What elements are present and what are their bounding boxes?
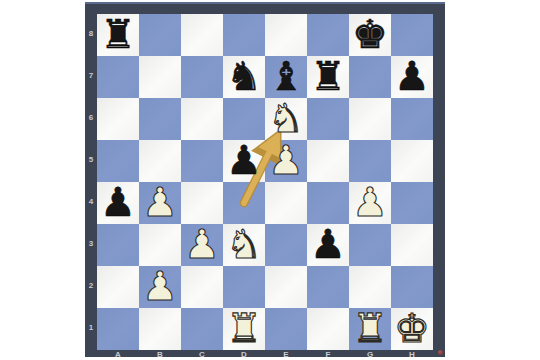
square-g7[interactable] (349, 56, 391, 98)
rank-label-4: 4 (85, 180, 97, 222)
square-b5[interactable] (139, 140, 181, 182)
piece-white-pawn-c3: ♟ (184, 224, 220, 264)
square-c3[interactable]: ♟ (181, 224, 223, 266)
piece-white-rook-g1: ♜ (352, 308, 388, 348)
square-e7[interactable]: ♝ (265, 56, 307, 98)
square-g5[interactable] (349, 140, 391, 182)
file-label-e: E (265, 350, 307, 359)
piece-black-rook-f7: ♜ (310, 56, 346, 96)
square-g3[interactable] (349, 224, 391, 266)
square-f7[interactable]: ♜ (307, 56, 349, 98)
square-c5[interactable] (181, 140, 223, 182)
square-a2[interactable] (97, 266, 139, 308)
rank-label-3: 3 (85, 222, 97, 264)
square-h8[interactable] (391, 14, 433, 56)
square-d2[interactable] (223, 266, 265, 308)
square-c4[interactable] (181, 182, 223, 224)
square-f6[interactable] (307, 98, 349, 140)
square-e1[interactable] (265, 308, 307, 350)
square-h2[interactable] (391, 266, 433, 308)
square-e8[interactable] (265, 14, 307, 56)
square-g4[interactable]: ♟ (349, 182, 391, 224)
rank-label-6: 6 (85, 96, 97, 138)
piece-black-pawn-a4: ♟ (100, 182, 136, 222)
square-c6[interactable] (181, 98, 223, 140)
piece-white-rook-d1: ♜ (226, 308, 262, 348)
square-f4[interactable] (307, 182, 349, 224)
file-label-h: H (391, 350, 433, 359)
square-c7[interactable] (181, 56, 223, 98)
chess-diagram-page: ♜♚♞♝♜♟♞♟♟♟♟♟♟♞♟♟♜♜♚ 87654321 ABCDEFGH (0, 0, 540, 360)
square-b7[interactable] (139, 56, 181, 98)
corner-marker-dot (438, 350, 443, 355)
file-label-d: D (223, 350, 265, 359)
square-a4[interactable]: ♟ (97, 182, 139, 224)
square-e4[interactable] (265, 182, 307, 224)
square-a6[interactable] (97, 98, 139, 140)
square-d1[interactable]: ♜ (223, 308, 265, 350)
square-h6[interactable] (391, 98, 433, 140)
square-f3[interactable]: ♟ (307, 224, 349, 266)
file-label-c: C (181, 350, 223, 359)
square-b6[interactable] (139, 98, 181, 140)
piece-black-rook-a8: ♜ (100, 14, 136, 54)
square-h4[interactable] (391, 182, 433, 224)
rank-label-2: 2 (85, 264, 97, 306)
square-d8[interactable] (223, 14, 265, 56)
square-a8[interactable]: ♜ (97, 14, 139, 56)
square-a1[interactable] (97, 308, 139, 350)
square-d7[interactable]: ♞ (223, 56, 265, 98)
piece-white-king-h1: ♚ (394, 308, 430, 348)
square-g6[interactable] (349, 98, 391, 140)
piece-black-king-g8: ♚ (352, 14, 388, 54)
piece-white-knight-e6: ♞ (268, 98, 304, 138)
square-h3[interactable] (391, 224, 433, 266)
piece-white-knight-d3: ♞ (226, 224, 262, 264)
square-b8[interactable] (139, 14, 181, 56)
piece-white-pawn-b2: ♟ (142, 266, 178, 306)
rank-label-7: 7 (85, 54, 97, 96)
square-e5[interactable]: ♟ (265, 140, 307, 182)
square-g2[interactable] (349, 266, 391, 308)
square-c8[interactable] (181, 14, 223, 56)
square-g8[interactable]: ♚ (349, 14, 391, 56)
piece-black-pawn-h7: ♟ (394, 56, 430, 96)
square-d4[interactable] (223, 182, 265, 224)
square-a3[interactable] (97, 224, 139, 266)
square-c1[interactable] (181, 308, 223, 350)
board-frame: ♜♚♞♝♜♟♞♟♟♟♟♟♟♞♟♟♜♜♚ 87654321 ABCDEFGH (85, 2, 445, 357)
square-h5[interactable] (391, 140, 433, 182)
square-e3[interactable] (265, 224, 307, 266)
rank-label-1: 1 (85, 306, 97, 348)
square-b4[interactable]: ♟ (139, 182, 181, 224)
piece-black-bishop-e7: ♝ (268, 56, 304, 96)
square-c2[interactable] (181, 266, 223, 308)
file-label-f: F (307, 350, 349, 359)
square-b2[interactable]: ♟ (139, 266, 181, 308)
square-f8[interactable] (307, 14, 349, 56)
rank-label-8: 8 (85, 12, 97, 54)
square-d5[interactable]: ♟ (223, 140, 265, 182)
piece-white-pawn-b4: ♟ (142, 182, 178, 222)
piece-black-pawn-d5: ♟ (226, 140, 262, 180)
piece-black-pawn-f3: ♟ (310, 224, 346, 264)
square-b1[interactable] (139, 308, 181, 350)
file-label-b: B (139, 350, 181, 359)
square-d6[interactable] (223, 98, 265, 140)
square-e2[interactable] (265, 266, 307, 308)
square-h7[interactable]: ♟ (391, 56, 433, 98)
rank-label-5: 5 (85, 138, 97, 180)
square-g1[interactable]: ♜ (349, 308, 391, 350)
square-b3[interactable] (139, 224, 181, 266)
square-e6[interactable]: ♞ (265, 98, 307, 140)
chess-board: ♜♚♞♝♜♟♞♟♟♟♟♟♟♞♟♟♜♜♚ (97, 14, 433, 350)
piece-white-pawn-g4: ♟ (352, 182, 388, 222)
square-a5[interactable] (97, 140, 139, 182)
square-h1[interactable]: ♚ (391, 308, 433, 350)
piece-white-pawn-e5: ♟ (268, 140, 304, 180)
square-a7[interactable] (97, 56, 139, 98)
square-f1[interactable] (307, 308, 349, 350)
square-f5[interactable] (307, 140, 349, 182)
file-label-a: A (97, 350, 139, 359)
piece-black-knight-d7: ♞ (226, 56, 262, 96)
square-f2[interactable] (307, 266, 349, 308)
square-d3[interactable]: ♞ (223, 224, 265, 266)
file-label-g: G (349, 350, 391, 359)
